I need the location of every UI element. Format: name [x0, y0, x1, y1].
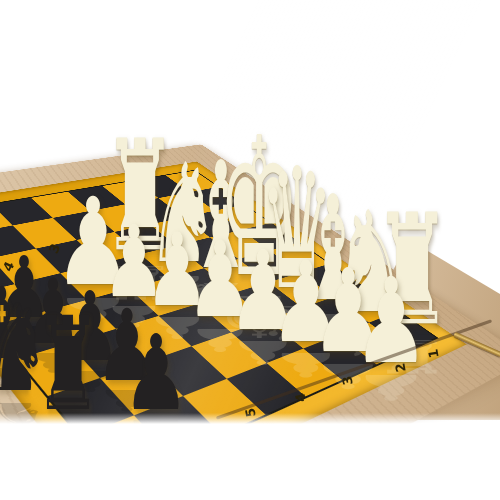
black-rook: ♜ — [34, 300, 101, 429]
white-pawn: ♟ — [353, 262, 429, 380]
black-pawn: ♟ — [122, 321, 189, 425]
white-floor-mask — [0, 413, 500, 500]
chess-box-photo: 34 12345 ♜♜♞♞♝♝♚♚♛♛♝♝♞♞♜♜♟♟♟♟♟♟♟♟♟♟♟♟♟♟♟… — [0, 0, 500, 500]
